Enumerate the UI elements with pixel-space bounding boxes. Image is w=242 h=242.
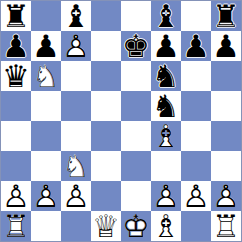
- square-b5[interactable]: [31, 91, 61, 121]
- square-g8[interactable]: [181, 1, 211, 31]
- square-g3[interactable]: [181, 151, 211, 181]
- square-f3[interactable]: [151, 151, 181, 181]
- black-pawn[interactable]: ♟: [152, 31, 180, 61]
- square-e3[interactable]: [121, 151, 151, 181]
- square-e6[interactable]: [121, 61, 151, 91]
- square-h5[interactable]: [211, 91, 241, 121]
- black-queen[interactable]: ♛: [2, 61, 30, 91]
- square-b8[interactable]: [31, 1, 61, 31]
- square-d1[interactable]: ♕: [91, 211, 121, 241]
- square-e2[interactable]: [121, 181, 151, 211]
- square-b3[interactable]: [31, 151, 61, 181]
- square-g6[interactable]: [181, 61, 211, 91]
- square-c6[interactable]: [61, 61, 91, 91]
- square-e7[interactable]: ♚: [121, 31, 151, 61]
- square-h2[interactable]: ♙: [211, 181, 241, 211]
- square-d6[interactable]: [91, 61, 121, 91]
- square-b7[interactable]: ♟: [31, 31, 61, 61]
- square-c4[interactable]: [61, 121, 91, 151]
- square-g4[interactable]: [181, 121, 211, 151]
- square-c5[interactable]: [61, 91, 91, 121]
- white-knight[interactable]: ♘: [32, 61, 60, 91]
- square-b1[interactable]: [31, 211, 61, 241]
- square-d7[interactable]: [91, 31, 121, 61]
- white-king[interactable]: ♔: [122, 211, 150, 241]
- square-c7[interactable]: ♙: [61, 31, 91, 61]
- black-rook[interactable]: ♜: [2, 1, 30, 31]
- black-king[interactable]: ♚: [122, 31, 150, 61]
- square-f8[interactable]: ♝: [151, 1, 181, 31]
- square-f4[interactable]: ♗: [151, 121, 181, 151]
- square-e8[interactable]: [121, 1, 151, 31]
- white-bishop[interactable]: ♗: [152, 211, 180, 241]
- square-h4[interactable]: [211, 121, 241, 151]
- white-pawn[interactable]: ♙: [212, 181, 240, 211]
- square-e4[interactable]: [121, 121, 151, 151]
- square-g2[interactable]: ♙: [181, 181, 211, 211]
- square-d4[interactable]: [91, 121, 121, 151]
- square-f1[interactable]: ♗: [151, 211, 181, 241]
- square-f7[interactable]: ♟: [151, 31, 181, 61]
- square-b2[interactable]: ♙: [31, 181, 61, 211]
- square-h8[interactable]: ♜: [211, 1, 241, 31]
- square-h3[interactable]: [211, 151, 241, 181]
- black-bishop[interactable]: ♝: [62, 1, 90, 31]
- chess-board: ♜♝♝♜♟♟♙♚♟♟♟♛♘♞♞♗♘♙♙♙♙♙♙♖♕♔♗♖: [0, 0, 242, 242]
- square-a7[interactable]: ♟: [1, 31, 31, 61]
- white-queen[interactable]: ♕: [92, 211, 120, 241]
- black-knight[interactable]: ♞: [152, 61, 180, 91]
- square-a8[interactable]: ♜: [1, 1, 31, 31]
- square-f2[interactable]: ♙: [151, 181, 181, 211]
- square-h1[interactable]: ♖: [211, 211, 241, 241]
- square-e1[interactable]: ♔: [121, 211, 151, 241]
- square-c1[interactable]: [61, 211, 91, 241]
- square-c2[interactable]: ♙: [61, 181, 91, 211]
- square-d2[interactable]: [91, 181, 121, 211]
- white-rook[interactable]: ♖: [2, 211, 30, 241]
- square-e5[interactable]: [121, 91, 151, 121]
- square-g5[interactable]: [181, 91, 211, 121]
- black-pawn[interactable]: ♟: [182, 31, 210, 61]
- black-pawn[interactable]: ♟: [2, 31, 30, 61]
- white-pawn[interactable]: ♙: [2, 181, 30, 211]
- square-b4[interactable]: [31, 121, 61, 151]
- white-bishop[interactable]: ♗: [152, 121, 180, 151]
- white-pawn[interactable]: ♙: [152, 181, 180, 211]
- square-a4[interactable]: [1, 121, 31, 151]
- square-d3[interactable]: [91, 151, 121, 181]
- square-a2[interactable]: ♙: [1, 181, 31, 211]
- square-h7[interactable]: ♟: [211, 31, 241, 61]
- square-d8[interactable]: [91, 1, 121, 31]
- white-pawn[interactable]: ♙: [32, 181, 60, 211]
- square-f6[interactable]: ♞: [151, 61, 181, 91]
- square-d5[interactable]: [91, 91, 121, 121]
- square-f5[interactable]: ♞: [151, 91, 181, 121]
- white-pawn[interactable]: ♙: [62, 181, 90, 211]
- square-g1[interactable]: [181, 211, 211, 241]
- square-c3[interactable]: ♘: [61, 151, 91, 181]
- black-knight[interactable]: ♞: [152, 91, 180, 121]
- black-pawn[interactable]: ♟: [32, 31, 60, 61]
- square-a1[interactable]: ♖: [1, 211, 31, 241]
- square-a3[interactable]: [1, 151, 31, 181]
- black-rook[interactable]: ♜: [212, 1, 240, 31]
- black-bishop[interactable]: ♝: [152, 1, 180, 31]
- square-h6[interactable]: [211, 61, 241, 91]
- square-a5[interactable]: [1, 91, 31, 121]
- square-a6[interactable]: ♛: [1, 61, 31, 91]
- black-pawn[interactable]: ♟: [212, 31, 240, 61]
- square-b6[interactable]: ♘: [31, 61, 61, 91]
- square-g7[interactable]: ♟: [181, 31, 211, 61]
- white-knight[interactable]: ♘: [62, 151, 90, 181]
- white-pawn[interactable]: ♙: [182, 181, 210, 211]
- white-pawn[interactable]: ♙: [62, 31, 90, 61]
- square-c8[interactable]: ♝: [61, 1, 91, 31]
- white-rook[interactable]: ♖: [212, 211, 240, 241]
